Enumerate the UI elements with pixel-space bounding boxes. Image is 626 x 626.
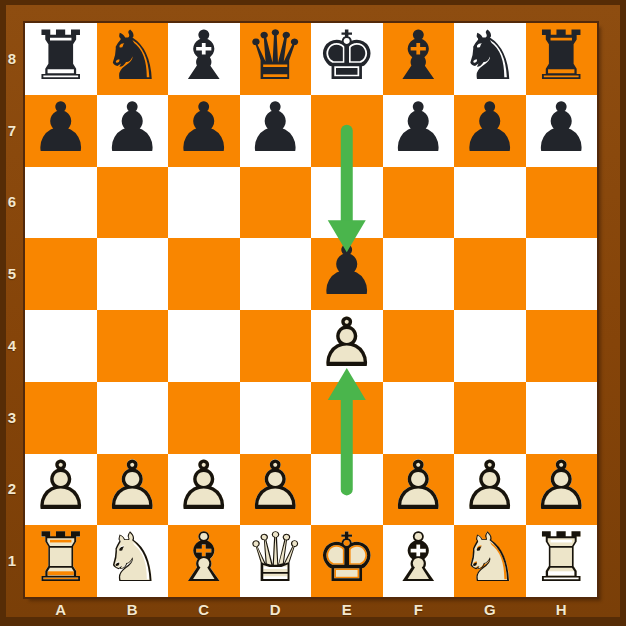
chess-app: ♜♞♝♛♚♝♞♜♟♟♟♟♟♟♟♟♟♙♟♙♟♙♟♙♟♙♟♙♟♙♟♙♜♖♞♘♝♗♛♕… [0, 0, 626, 626]
square-c7[interactable]: ♟ [168, 95, 240, 167]
square-g2[interactable]: ♟♙ [454, 454, 526, 526]
white-pawn[interactable]: ♟♙ [311, 310, 383, 382]
square-f2[interactable]: ♟♙ [383, 454, 455, 526]
black-rook[interactable]: ♜ [526, 23, 598, 95]
square-g3[interactable] [454, 382, 526, 454]
black-pawn[interactable]: ♟ [168, 95, 240, 167]
square-d2[interactable]: ♟♙ [240, 454, 312, 526]
square-d8[interactable]: ♛ [240, 23, 312, 95]
white-pawn-icon: ♟ [102, 453, 163, 521]
square-c4[interactable] [168, 310, 240, 382]
square-f1[interactable]: ♝♗ [383, 525, 455, 597]
white-bishop-outline-icon: ♗ [173, 524, 234, 592]
square-e8[interactable]: ♚ [311, 23, 383, 95]
white-bishop-outline-icon: ♗ [388, 524, 449, 592]
white-pawn[interactable]: ♟♙ [25, 454, 97, 526]
white-pawn-icon: ♟ [531, 453, 592, 521]
black-knight-icon: ♞ [459, 22, 520, 90]
square-e4[interactable]: ♟♙ [311, 310, 383, 382]
square-g1[interactable]: ♞♘ [454, 525, 526, 597]
square-a1[interactable]: ♜♖ [25, 525, 97, 597]
black-pawn[interactable]: ♟ [97, 95, 169, 167]
white-pawn-icon: ♟ [316, 309, 377, 377]
square-b7[interactable]: ♟ [97, 95, 169, 167]
black-pawn[interactable]: ♟ [454, 95, 526, 167]
white-pawn[interactable]: ♟♙ [383, 454, 455, 526]
square-g4[interactable] [454, 310, 526, 382]
white-pawn-icon: ♟ [30, 453, 91, 521]
square-e1[interactable]: ♚♔ [311, 525, 383, 597]
square-g8[interactable]: ♞ [454, 23, 526, 95]
square-d6[interactable] [240, 167, 312, 239]
white-pawn-outline-icon: ♙ [459, 453, 520, 521]
white-pawn-icon: ♟ [245, 453, 306, 521]
black-queen[interactable]: ♛ [240, 23, 312, 95]
white-pawn-outline-icon: ♙ [30, 453, 91, 521]
white-knight[interactable]: ♞♘ [454, 525, 526, 597]
white-knight-icon: ♞ [102, 524, 163, 592]
black-king[interactable]: ♚ [311, 23, 383, 95]
white-pawn-icon: ♟ [173, 453, 234, 521]
black-king-icon: ♚ [316, 22, 377, 90]
white-rook-outline-icon: ♖ [531, 524, 592, 592]
square-d3[interactable] [240, 382, 312, 454]
black-pawn[interactable]: ♟ [240, 95, 312, 167]
square-f5[interactable] [383, 238, 455, 310]
white-bishop[interactable]: ♝♗ [383, 525, 455, 597]
black-knight[interactable]: ♞ [97, 23, 169, 95]
black-knight-icon: ♞ [102, 22, 163, 90]
black-pawn-icon: ♟ [388, 94, 449, 162]
square-h5[interactable] [526, 238, 598, 310]
square-e5[interactable]: ♟ [311, 238, 383, 310]
white-knight-outline-icon: ♘ [102, 524, 163, 592]
white-pawn-outline-icon: ♙ [388, 453, 449, 521]
black-rook-icon: ♜ [30, 22, 91, 90]
square-c5[interactable] [168, 238, 240, 310]
white-rook[interactable]: ♜♖ [526, 525, 598, 597]
black-rook[interactable]: ♜ [25, 23, 97, 95]
square-a8[interactable]: ♜ [25, 23, 97, 95]
white-king-icon: ♚ [316, 524, 377, 592]
white-rook-outline-icon: ♖ [30, 524, 91, 592]
square-f8[interactable]: ♝ [383, 23, 455, 95]
square-b6[interactable] [97, 167, 169, 239]
black-pawn[interactable]: ♟ [25, 95, 97, 167]
black-pawn-icon: ♟ [173, 94, 234, 162]
white-pawn[interactable]: ♟♙ [168, 454, 240, 526]
black-pawn[interactable]: ♟ [311, 238, 383, 310]
black-rook-icon: ♜ [531, 22, 592, 90]
square-f7[interactable]: ♟ [383, 95, 455, 167]
square-b3[interactable] [97, 382, 169, 454]
square-c1[interactable]: ♝♗ [168, 525, 240, 597]
white-knight-outline-icon: ♘ [459, 524, 520, 592]
square-a4[interactable] [25, 310, 97, 382]
square-a7[interactable]: ♟ [25, 95, 97, 167]
black-bishop[interactable]: ♝ [383, 23, 455, 95]
square-d4[interactable] [240, 310, 312, 382]
white-king[interactable]: ♚♔ [311, 525, 383, 597]
square-h7[interactable]: ♟ [526, 95, 598, 167]
black-bishop-icon: ♝ [388, 22, 449, 90]
square-a2[interactable]: ♟♙ [25, 454, 97, 526]
white-bishop[interactable]: ♝♗ [168, 525, 240, 597]
black-knight[interactable]: ♞ [454, 23, 526, 95]
square-g5[interactable] [454, 238, 526, 310]
square-h4[interactable] [526, 310, 598, 382]
square-e6[interactable] [311, 167, 383, 239]
square-a5[interactable] [25, 238, 97, 310]
black-pawn-icon: ♟ [459, 94, 520, 162]
black-pawn-icon: ♟ [30, 94, 91, 162]
square-b5[interactable] [97, 238, 169, 310]
white-queen-outline-icon: ♕ [245, 524, 306, 592]
white-pawn-outline-icon: ♙ [316, 309, 377, 377]
white-king-outline-icon: ♔ [316, 524, 377, 592]
white-pawn[interactable]: ♟♙ [454, 454, 526, 526]
square-e7[interactable] [311, 95, 383, 167]
square-c2[interactable]: ♟♙ [168, 454, 240, 526]
square-e2[interactable] [311, 454, 383, 526]
square-g7[interactable]: ♟ [454, 95, 526, 167]
white-knight-icon: ♞ [459, 524, 520, 592]
square-b8[interactable]: ♞ [97, 23, 169, 95]
black-pawn-icon: ♟ [531, 94, 592, 162]
white-pawn[interactable]: ♟♙ [526, 454, 598, 526]
white-bishop-icon: ♝ [388, 524, 449, 592]
square-b1[interactable]: ♞♘ [97, 525, 169, 597]
square-f4[interactable] [383, 310, 455, 382]
white-queen-icon: ♛ [245, 524, 306, 592]
white-rook-icon: ♜ [30, 524, 91, 592]
white-queen[interactable]: ♛♕ [240, 525, 312, 597]
square-h1[interactable]: ♜♖ [526, 525, 598, 597]
square-c3[interactable] [168, 382, 240, 454]
square-d5[interactable] [240, 238, 312, 310]
black-pawn[interactable]: ♟ [383, 95, 455, 167]
white-rook-icon: ♜ [531, 524, 592, 592]
white-pawn-outline-icon: ♙ [102, 453, 163, 521]
square-b2[interactable]: ♟♙ [97, 454, 169, 526]
white-pawn-icon: ♟ [388, 453, 449, 521]
white-pawn-outline-icon: ♙ [245, 453, 306, 521]
square-b4[interactable] [97, 310, 169, 382]
square-h3[interactable] [526, 382, 598, 454]
black-pawn-icon: ♟ [245, 94, 306, 162]
white-pawn-outline-icon: ♙ [173, 453, 234, 521]
square-f6[interactable] [383, 167, 455, 239]
square-a6[interactable] [25, 167, 97, 239]
square-e3[interactable] [311, 382, 383, 454]
square-h2[interactable]: ♟♙ [526, 454, 598, 526]
square-c6[interactable] [168, 167, 240, 239]
black-pawn-icon: ♟ [102, 94, 163, 162]
white-bishop-icon: ♝ [173, 524, 234, 592]
white-pawn-outline-icon: ♙ [531, 453, 592, 521]
white-pawn-icon: ♟ [459, 453, 520, 521]
chess-board: ♜♞♝♛♚♝♞♜♟♟♟♟♟♟♟♟♟♙♟♙♟♙♟♙♟♙♟♙♟♙♟♙♜♖♞♘♝♗♛♕… [25, 23, 597, 597]
black-pawn-icon: ♟ [316, 237, 377, 305]
square-h6[interactable] [526, 167, 598, 239]
white-knight[interactable]: ♞♘ [97, 525, 169, 597]
square-h8[interactable]: ♜ [526, 23, 598, 95]
square-d7[interactable]: ♟ [240, 95, 312, 167]
white-rook[interactable]: ♜♖ [25, 525, 97, 597]
black-pawn[interactable]: ♟ [526, 95, 598, 167]
white-pawn[interactable]: ♟♙ [240, 454, 312, 526]
black-bishop[interactable]: ♝ [168, 23, 240, 95]
square-a3[interactable] [25, 382, 97, 454]
square-g6[interactable] [454, 167, 526, 239]
black-bishop-icon: ♝ [173, 22, 234, 90]
square-d1[interactable]: ♛♕ [240, 525, 312, 597]
white-pawn[interactable]: ♟♙ [97, 454, 169, 526]
square-f3[interactable] [383, 382, 455, 454]
black-queen-icon: ♛ [245, 22, 306, 90]
square-c8[interactable]: ♝ [168, 23, 240, 95]
